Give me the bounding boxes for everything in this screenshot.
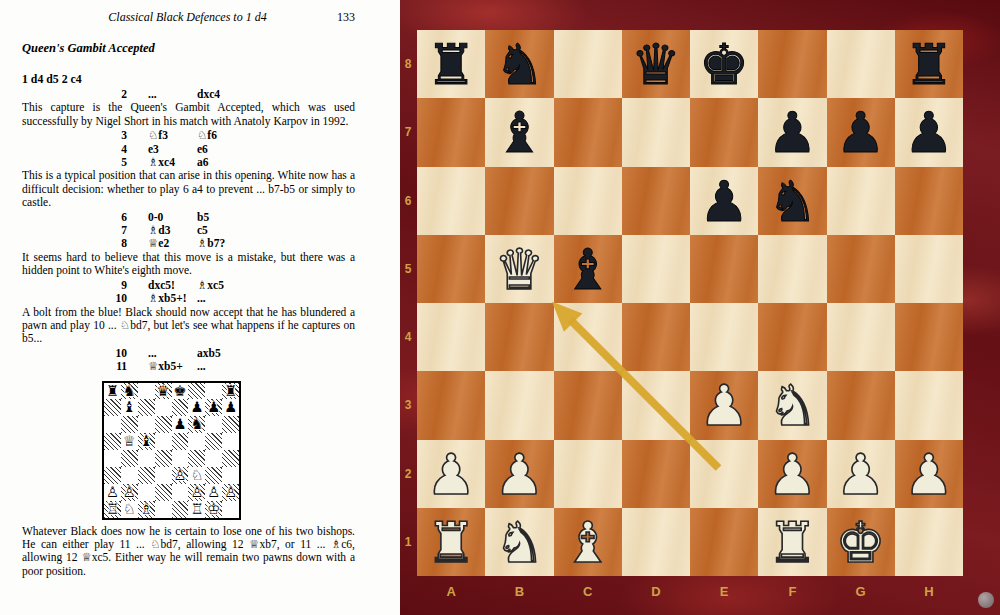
white-pawn-h2[interactable]: ♟	[895, 440, 963, 508]
opening-moves: 1 d4 d5 2 c4	[22, 72, 355, 87]
white-move: ♕xb5+	[127, 360, 197, 373]
rank-label-2: 2	[400, 440, 416, 508]
black-move: c5	[197, 224, 293, 237]
diagram-square-b7: ♝	[121, 399, 138, 416]
black-rook-a8[interactable]: ♜	[417, 30, 485, 98]
square-e6[interactable]: ♟	[690, 167, 758, 235]
black-move: a6	[197, 156, 293, 169]
black-bishop-b7: ♝	[121, 399, 138, 416]
diagram-square-a3	[104, 467, 121, 484]
black-move: ...	[197, 360, 293, 373]
square-d8[interactable]: ♛	[622, 30, 690, 98]
file-label-D: D	[622, 581, 690, 603]
diagram-square-g5	[205, 433, 222, 450]
rank-label-6: 6	[400, 167, 416, 235]
move-list: 60-0b57♗d3c58♕e2♗b7?	[22, 211, 355, 251]
black-queen-d8[interactable]: ♛	[622, 30, 690, 98]
diagram-square-c4	[138, 450, 155, 467]
diagram-square-b3	[121, 467, 138, 484]
square-h2[interactable]: ♟	[895, 440, 963, 508]
black-bishop-c5[interactable]: ♝	[554, 235, 622, 303]
rank-label-1: 1	[400, 508, 416, 576]
diagram-square-c5: ♝	[138, 433, 155, 450]
diagram-square-a1: ♖	[104, 501, 121, 518]
diagram-square-d5	[155, 433, 172, 450]
diagram-square-b6	[121, 416, 138, 433]
book-diagram: ♜♞♛♚♜♝♟♟♟♟♞♕♝♙♘♙♙♙♙♙♖♘♗♖♔	[102, 381, 241, 520]
white-knight-f3[interactable]: ♞	[758, 371, 826, 439]
square-b4[interactable]	[485, 303, 553, 371]
black-move: ...	[197, 292, 293, 305]
white-knight-b1[interactable]: ♞	[485, 508, 553, 576]
diagram-square-e6: ♟	[172, 416, 189, 433]
diagram-square-a6	[104, 416, 121, 433]
move-number: 4	[95, 143, 127, 156]
square-f7[interactable]: ♟	[758, 98, 826, 166]
square-g3[interactable]	[827, 371, 895, 439]
black-rook-h8: ♜	[222, 383, 239, 400]
move-number: 8	[95, 237, 127, 250]
white-queen-b5: ♕	[121, 433, 138, 450]
square-b5[interactable]: ♛	[485, 235, 553, 303]
white-pawn-a2: ♙	[104, 484, 121, 501]
black-move: ♗b7?	[197, 237, 293, 250]
file-label-F: F	[758, 581, 826, 603]
move-row: 60-0b5	[95, 211, 355, 224]
black-pawn-g7: ♟	[205, 399, 222, 416]
black-move: axb5	[197, 347, 293, 360]
white-move: dxc5!	[127, 279, 197, 292]
white-rook-a1[interactable]: ♜	[417, 508, 485, 576]
square-d3[interactable]	[622, 371, 690, 439]
square-g7[interactable]: ♟	[827, 98, 895, 166]
move-number: 6	[95, 211, 127, 224]
square-a8[interactable]: ♜	[417, 30, 485, 98]
black-knight-f6[interactable]: ♞	[758, 167, 826, 235]
section-title: Queen's Gambit Accepted	[22, 41, 355, 56]
square-h1[interactable]	[895, 508, 963, 576]
white-move: ♘f3	[127, 129, 197, 142]
square-h7[interactable]: ♟	[895, 98, 963, 166]
move-number: 10	[95, 347, 127, 360]
white-knight-b1: ♘	[121, 501, 138, 518]
white-pawn-b2: ♙	[121, 484, 138, 501]
square-a1[interactable]: ♜	[417, 508, 485, 576]
white-king-g1: ♔	[205, 501, 222, 518]
black-king-e8: ♚	[172, 383, 189, 400]
diagram-square-f8	[188, 383, 205, 400]
chess-board[interactable]: ♜♞♛♚♜♝♟♟♟♟♞♛♝♟♞♟♟♟♟♟♜♞♝♜♚	[417, 30, 963, 576]
white-pawn-b2[interactable]: ♟	[485, 440, 553, 508]
square-f8[interactable]	[758, 30, 826, 98]
square-g6[interactable]	[827, 167, 895, 235]
file-label-H: H	[895, 581, 963, 603]
square-a4[interactable]	[417, 303, 485, 371]
diagram-square-e2	[172, 484, 189, 501]
diagram-square-f6: ♞	[188, 416, 205, 433]
move-list: 9dxc5!♗xc510♗xb5+!...	[22, 279, 355, 306]
move-number: 9	[95, 279, 127, 292]
square-e2[interactable]	[690, 440, 758, 508]
diagram-square-a4	[104, 450, 121, 467]
black-move: ♘f6	[197, 129, 293, 142]
diagram-square-h5	[222, 433, 239, 450]
black-pawn-f7[interactable]: ♟	[758, 98, 826, 166]
white-king-g1[interactable]: ♚	[827, 508, 895, 576]
black-pawn-g7[interactable]: ♟	[827, 98, 895, 166]
black-knight-f6: ♞	[188, 416, 205, 433]
square-h6[interactable]	[895, 167, 963, 235]
diagram-square-e8: ♚	[172, 383, 189, 400]
file-label-G: G	[827, 581, 895, 603]
white-move: 0-0	[127, 211, 197, 224]
white-move: ...	[127, 347, 197, 360]
diagram-square-e3: ♙	[172, 467, 189, 484]
diagram-square-a2: ♙	[104, 484, 121, 501]
square-e7[interactable]	[690, 98, 758, 166]
white-pawn-f2[interactable]: ♟	[758, 440, 826, 508]
square-b6[interactable]	[485, 167, 553, 235]
diagram-square-b5: ♕	[121, 433, 138, 450]
white-move: ♗xb5+!	[127, 292, 197, 305]
white-pawn-g2[interactable]: ♟	[827, 440, 895, 508]
rank-label-7: 7	[400, 98, 416, 166]
white-queen-b5[interactable]: ♛	[485, 235, 553, 303]
move-list: 2...dxc4	[22, 88, 355, 101]
square-e4[interactable]	[690, 303, 758, 371]
square-g8[interactable]	[827, 30, 895, 98]
diagram-square-e1	[172, 501, 189, 518]
move-row: 10♗xb5+!...	[95, 292, 355, 305]
diagram-square-f2: ♙	[188, 484, 205, 501]
black-knight-b8: ♞	[121, 383, 138, 400]
chess-board-panel: ♜♞♛♚♜♝♟♟♟♟♞♛♝♟♞♟♟♟♟♟♜♞♝♜♚ 87654321ABCDEF…	[400, 0, 1000, 615]
diagram-square-g3	[205, 467, 222, 484]
move-number: 3	[95, 129, 127, 142]
diagram-square-f4	[188, 450, 205, 467]
diagram-square-c8	[138, 383, 155, 400]
diagram-square-h6	[222, 416, 239, 433]
diagram-square-g1: ♔	[205, 501, 222, 518]
move-number: 2	[95, 88, 127, 101]
diagram-square-b4	[121, 450, 138, 467]
diagram-square-e5	[172, 433, 189, 450]
diagram-square-h4	[222, 450, 239, 467]
diagram-square-a5	[104, 433, 121, 450]
rank-label-5: 5	[400, 235, 416, 303]
move-row: 10...axb5	[95, 347, 355, 360]
book-page-content: Classical Black Defences to 1 d4 133 Que…	[22, 10, 355, 578]
move-number: 10	[95, 292, 127, 305]
white-knight-f3: ♘	[188, 467, 205, 484]
diagram-square-g8	[205, 383, 222, 400]
diagram-square-f5	[188, 433, 205, 450]
screenshot: Classical Black Defences to 1 d4 133 Que…	[0, 0, 1000, 615]
square-b3[interactable]	[485, 371, 553, 439]
black-move: ♗xc5	[197, 279, 293, 292]
diagram-square-d8: ♛	[155, 383, 172, 400]
black-move: b5	[197, 211, 293, 224]
square-c2[interactable]	[554, 440, 622, 508]
square-g2[interactable]: ♟	[827, 440, 895, 508]
diagram-square-d7	[155, 399, 172, 416]
square-a7[interactable]	[417, 98, 485, 166]
diagram-square-c7	[138, 399, 155, 416]
diagram-square-a8: ♜	[104, 383, 121, 400]
file-label-E: E	[690, 581, 758, 603]
diagram-square-d1	[155, 501, 172, 518]
black-knight-b8[interactable]: ♞	[485, 30, 553, 98]
square-c8[interactable]	[554, 30, 622, 98]
white-pawn-a2[interactable]: ♟	[417, 440, 485, 508]
white-pawn-e3[interactable]: ♟	[690, 371, 758, 439]
square-f6[interactable]: ♞	[758, 167, 826, 235]
diagram-square-h7: ♟	[222, 399, 239, 416]
square-g5[interactable]	[827, 235, 895, 303]
square-e3[interactable]: ♟	[690, 371, 758, 439]
square-f3[interactable]: ♞	[758, 371, 826, 439]
white-rook-f1[interactable]: ♜	[758, 508, 826, 576]
move-list: 10...axb511♕xb5+...	[22, 347, 355, 374]
square-d1[interactable]	[622, 508, 690, 576]
square-c3[interactable]	[554, 371, 622, 439]
white-pawn-g2: ♙	[205, 484, 222, 501]
square-h3[interactable]	[895, 371, 963, 439]
white-move: ♗xc4	[127, 156, 197, 169]
black-move: dxc4	[197, 88, 293, 101]
paragraph: It seems hard to believe that this move …	[22, 251, 355, 278]
square-f2[interactable]: ♟	[758, 440, 826, 508]
black-pawn-f7: ♟	[188, 399, 205, 416]
page-header-title: Classical Black Defences to 1 d4	[22, 10, 313, 25]
white-pawn-f2: ♙	[188, 484, 205, 501]
diagram-square-g2: ♙	[205, 484, 222, 501]
square-b7[interactable]: ♝	[485, 98, 553, 166]
square-g1[interactable]: ♚	[827, 508, 895, 576]
square-f4[interactable]	[758, 303, 826, 371]
square-c4[interactable]	[554, 303, 622, 371]
diagram-square-d6	[155, 416, 172, 433]
paragraph: A bolt from the blue! Black should now a…	[22, 306, 355, 346]
square-f5[interactable]	[758, 235, 826, 303]
file-label-C: C	[554, 581, 622, 603]
paragraph: This is a typical position that can aris…	[22, 169, 355, 209]
square-h4[interactable]	[895, 303, 963, 371]
diagram-square-c1: ♗	[138, 501, 155, 518]
diagram-square-c6	[138, 416, 155, 433]
white-rook-a1: ♖	[104, 501, 121, 518]
black-pawn-e6: ♟	[172, 416, 189, 433]
move-row: 3♘f3♘f6	[95, 129, 355, 142]
book-page: Classical Black Defences to 1 d4 133 Que…	[0, 0, 400, 615]
paragraph: This capture is the Queen's Gambit Accep…	[22, 101, 355, 128]
square-c7[interactable]	[554, 98, 622, 166]
black-bishop-c5: ♝	[138, 433, 155, 450]
black-move: e6	[197, 143, 293, 156]
square-h5[interactable]	[895, 235, 963, 303]
square-d2[interactable]	[622, 440, 690, 508]
corner-dot	[978, 592, 994, 608]
white-rook-f1: ♖	[188, 501, 205, 518]
diagram-square-g6	[205, 416, 222, 433]
file-label-A: A	[417, 581, 485, 603]
white-move: ♗d3	[127, 224, 197, 237]
white-move: ...	[127, 88, 197, 101]
square-a3[interactable]	[417, 371, 485, 439]
square-a6[interactable]	[417, 167, 485, 235]
move-row: 5♗xc4a6	[95, 156, 355, 169]
move-list: 3♘f3♘f64e3e65♗xc4a6	[22, 129, 355, 169]
move-row: 9dxc5!♗xc5	[95, 279, 355, 292]
move-row: 4e3e6	[95, 143, 355, 156]
square-d4[interactable]	[622, 303, 690, 371]
black-rook-a8: ♜	[104, 383, 121, 400]
square-f1[interactable]: ♜	[758, 508, 826, 576]
diagram-square-c2	[138, 484, 155, 501]
move-row: 2...dxc4	[95, 88, 355, 101]
diagram-square-g4	[205, 450, 222, 467]
white-bishop-c1: ♗	[138, 501, 155, 518]
square-d6[interactable]	[622, 167, 690, 235]
diagram-square-c3	[138, 467, 155, 484]
square-c1[interactable]: ♝	[554, 508, 622, 576]
move-number: 5	[95, 156, 127, 169]
rank-label-3: 3	[400, 371, 416, 439]
square-g4[interactable]	[827, 303, 895, 371]
move-number: 7	[95, 224, 127, 237]
square-a2[interactable]: ♟	[417, 440, 485, 508]
white-move: e3	[127, 143, 197, 156]
square-d7[interactable]	[622, 98, 690, 166]
page-header: Classical Black Defences to 1 d4 133	[22, 10, 355, 25]
diagram-square-d2	[155, 484, 172, 501]
square-d5[interactable]	[622, 235, 690, 303]
move-row: 8♕e2♗b7?	[95, 237, 355, 250]
black-bishop-b7[interactable]: ♝	[485, 98, 553, 166]
square-b2[interactable]: ♟	[485, 440, 553, 508]
square-e1[interactable]	[690, 508, 758, 576]
white-pawn-e3: ♙	[172, 467, 189, 484]
white-bishop-c1[interactable]: ♝	[554, 508, 622, 576]
diagram-square-h2: ♙	[222, 484, 239, 501]
diagram-square-h1	[222, 501, 239, 518]
paragraph: Whatever Black does now he is certain to…	[22, 525, 355, 579]
square-c6[interactable]	[554, 167, 622, 235]
file-label-B: B	[485, 581, 553, 603]
diagram-square-b8: ♞	[121, 383, 138, 400]
move-row: 11♕xb5+...	[95, 360, 355, 373]
black-king-e8[interactable]: ♚	[690, 30, 758, 98]
rank-label-4: 4	[400, 303, 416, 371]
black-rook-h8[interactable]: ♜	[895, 30, 963, 98]
square-b8[interactable]: ♞	[485, 30, 553, 98]
diagram-square-d3	[155, 467, 172, 484]
square-a5[interactable]	[417, 235, 485, 303]
diagram-square-b1: ♘	[121, 501, 138, 518]
diagram-square-d4	[155, 450, 172, 467]
square-e5[interactable]	[690, 235, 758, 303]
rank-label-8: 8	[400, 30, 416, 98]
diagram-square-e7	[172, 399, 189, 416]
move-number: 11	[95, 360, 127, 373]
white-pawn-h2: ♙	[222, 484, 239, 501]
diagram-square-f1: ♖	[188, 501, 205, 518]
page-body: 2...dxc4This capture is the Queen's Gamb…	[22, 88, 355, 578]
diagram-square-b2: ♙	[121, 484, 138, 501]
diagram-square-e4	[172, 450, 189, 467]
move-row: 7♗d3c5	[95, 224, 355, 237]
diagram-square-h8: ♜	[222, 383, 239, 400]
white-move: ♕e2	[127, 237, 197, 250]
black-queen-d8: ♛	[155, 383, 172, 400]
square-c5[interactable]: ♝	[554, 235, 622, 303]
square-h8[interactable]: ♜	[895, 30, 963, 98]
diagram-square-f7: ♟	[188, 399, 205, 416]
black-pawn-e6[interactable]: ♟	[690, 167, 758, 235]
page-number: 133	[313, 10, 355, 25]
black-pawn-h7: ♟	[222, 399, 239, 416]
square-e8[interactable]: ♚	[690, 30, 758, 98]
diagram-square-a7	[104, 399, 121, 416]
diagram-square-f3: ♘	[188, 467, 205, 484]
black-pawn-h7[interactable]: ♟	[895, 98, 963, 166]
diagram-square-h3	[222, 467, 239, 484]
diagram-square-g7: ♟	[205, 399, 222, 416]
square-b1[interactable]: ♞	[485, 508, 553, 576]
